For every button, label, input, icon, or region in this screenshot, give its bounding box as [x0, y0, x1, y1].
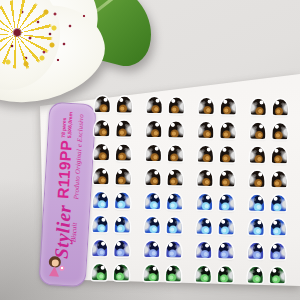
eye-sticker-indigo-right — [114, 240, 129, 256]
eye-sticker-indigo-right — [166, 241, 181, 257]
eye-sticker-black-left — [147, 97, 162, 113]
brand-block: Stylier Biscuit — [51, 204, 79, 260]
eye-pair-black — [146, 145, 183, 162]
eye-sticker-black-right — [168, 121, 183, 137]
eye-sticker-indigo-left — [196, 242, 211, 258]
eye-row-black — [93, 168, 289, 187]
eye-sticker-green-right — [166, 265, 181, 281]
eye-pair-black — [197, 170, 234, 187]
eye-pair-indigo — [144, 241, 181, 258]
eye-size: 5,5X6,0mm — [67, 111, 74, 137]
eye-row-indigo — [92, 240, 288, 259]
eye-sticker-blue-right — [115, 216, 130, 232]
eye-sticker-black-right — [272, 147, 287, 163]
eye-sticker-green-left — [196, 266, 211, 282]
eye-sticker-black-right — [169, 97, 184, 113]
eye-sticker-blue-left — [197, 194, 212, 210]
eye-sticker-indigo-left — [144, 241, 159, 257]
eye-sticker-black-right — [117, 96, 132, 112]
eye-sticker-black-right — [271, 171, 286, 187]
eye-sticker-black-right — [220, 146, 235, 162]
eye-sticker-black-left — [94, 144, 109, 160]
eye-sticker-black-left — [199, 98, 214, 114]
eye-row-black — [95, 96, 291, 115]
eye-sticker-blue-left — [145, 193, 160, 209]
eye-sticker-black-left — [94, 120, 109, 136]
eye-pair-black — [198, 146, 235, 163]
eye-sticker-blue-right — [219, 194, 234, 210]
eye-sticker-black-left — [146, 145, 161, 161]
eye-pair-green — [248, 267, 285, 284]
eye-sticker-indigo-right — [270, 243, 285, 259]
eye-sticker-black-right — [168, 145, 183, 161]
eye-row-black — [94, 120, 290, 139]
eye-sticker-black-right — [167, 169, 182, 185]
eye-sticker-blue-left — [145, 217, 160, 233]
product-photo: Stylier Biscuit R119PP 78 pares 5,5X6,0m… — [0, 0, 300, 300]
eye-sticker-blue-right — [271, 219, 286, 235]
doll-face — [51, 259, 58, 266]
eye-pair-blue — [249, 195, 286, 212]
eye-sticker-green-right — [218, 266, 233, 282]
eye-sticker-black-right — [272, 123, 287, 139]
eye-pair-black — [93, 168, 130, 185]
eye-sticker-black-right — [221, 98, 236, 114]
eye-sticker-green-left — [144, 265, 159, 281]
eye-pair-indigo — [196, 242, 233, 259]
eye-row-green — [92, 264, 288, 283]
eye-sticker-black-right — [273, 99, 288, 115]
eye-sticker-black-left — [250, 123, 265, 139]
eye-sticker-black-left — [198, 122, 213, 138]
eye-sticker-blue-left — [93, 192, 108, 208]
eye-sticker-black-right — [116, 120, 131, 136]
eye-sticker-green-left — [92, 264, 107, 280]
flower-anthers — [0, 0, 70, 70]
eye-sticker-blue-right — [219, 218, 234, 234]
eye-pair-black — [249, 171, 286, 188]
eye-sticker-blue-right — [115, 192, 130, 208]
eye-sticker-blue-left — [249, 219, 264, 235]
eye-sticker-green-right — [270, 267, 285, 283]
eye-sticker-blue-right — [271, 195, 286, 211]
eye-row-blue — [93, 192, 289, 211]
doll-mascot-icon — [47, 256, 64, 280]
eye-pair-black — [199, 98, 236, 115]
eye-pair-blue — [93, 216, 130, 233]
eye-pair-black — [146, 121, 183, 138]
eye-sticker-black-right — [220, 122, 235, 138]
eye-pair-black — [94, 120, 131, 137]
eye-sticker-blue-right — [167, 217, 182, 233]
eye-pair-green — [196, 266, 233, 283]
eye-sticker-black-right — [115, 168, 130, 184]
eye-sticker-black-left — [93, 168, 108, 184]
eye-pair-black — [250, 147, 287, 164]
eye-pair-black — [145, 169, 182, 186]
eye-pair-black — [95, 96, 132, 113]
eye-sticker-black-left — [251, 99, 266, 115]
brand-subtitle: Biscuit — [70, 222, 78, 242]
eye-sticker-black-left — [198, 146, 213, 162]
code-block: R119PP 78 pares 5,5X6,0mm Produto Origin… — [55, 111, 85, 199]
eye-pair-black — [94, 144, 131, 161]
eye-sticker-black-right — [219, 170, 234, 186]
eye-sticker-indigo-left — [92, 240, 107, 256]
eye-sticker-black-left — [145, 169, 160, 185]
eye-sticker-black-right — [116, 144, 131, 160]
eye-sticker-black-left — [250, 147, 265, 163]
eye-pair-indigo — [248, 243, 285, 260]
eye-pair-indigo — [92, 240, 129, 257]
eye-row-black — [94, 144, 290, 163]
eye-sticker-green-right — [114, 264, 129, 280]
size-and-count: 78 pares 5,5X6,0mm — [61, 111, 74, 138]
eye-pair-green — [144, 265, 181, 282]
eye-pair-blue — [145, 193, 182, 210]
eye-sticker-black-left — [95, 96, 110, 112]
eye-sticker-blue-left — [197, 218, 212, 234]
eye-sticker-green-left — [248, 267, 263, 283]
eye-sticker-indigo-left — [248, 243, 263, 259]
doll-dress — [49, 266, 60, 277]
product-code: R119PP — [55, 139, 74, 199]
eye-row-blue — [93, 216, 289, 235]
eye-pair-black — [147, 97, 184, 114]
eye-pair-green — [92, 264, 129, 281]
eye-sticker-black-left — [249, 171, 264, 187]
eye-sticker-blue-left — [93, 216, 108, 232]
eye-sticker-black-left — [197, 170, 212, 186]
eye-sticker-indigo-right — [218, 242, 233, 258]
eye-sticker-black-left — [146, 121, 161, 137]
eye-pair-black — [198, 122, 235, 139]
eye-pair-blue — [145, 217, 182, 234]
eye-sticker-blue-left — [249, 195, 264, 211]
eye-pair-blue — [249, 219, 286, 236]
eye-pair-blue — [197, 218, 234, 235]
eye-pair-black — [251, 99, 288, 116]
eye-sticker-blue-right — [167, 193, 182, 209]
eye-grid — [92, 96, 291, 283]
eye-pair-blue — [197, 194, 234, 211]
eye-pair-blue — [93, 192, 130, 209]
eye-pair-black — [250, 123, 287, 140]
